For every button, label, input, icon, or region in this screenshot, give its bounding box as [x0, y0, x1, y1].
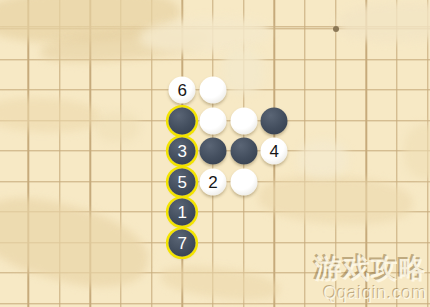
stone-black[interactable] — [261, 107, 288, 134]
stone-black[interactable] — [169, 107, 196, 134]
stone-black-move-3[interactable]: 3 — [169, 138, 196, 165]
move-number: 2 — [208, 173, 217, 190]
star-point — [333, 26, 339, 32]
stone-white[interactable] — [199, 77, 226, 104]
stone-white-move-6[interactable]: 6 — [169, 77, 196, 104]
move-number: 7 — [178, 234, 187, 251]
stone-black[interactable] — [230, 138, 257, 165]
move-number: 4 — [270, 143, 279, 160]
stone-white[interactable] — [199, 107, 226, 134]
stone-black-move-1[interactable]: 1 — [169, 199, 196, 226]
move-number: 3 — [178, 143, 187, 160]
stone-black-move-5[interactable]: 5 — [169, 168, 196, 195]
stone-white-move-2[interactable]: 2 — [199, 168, 226, 195]
stone-white-move-4[interactable]: 4 — [261, 138, 288, 165]
stone-white[interactable] — [230, 168, 257, 195]
move-number: 6 — [178, 82, 187, 99]
stone-black-move-7[interactable]: 7 — [169, 229, 196, 256]
move-number: 1 — [178, 204, 187, 221]
stone-white[interactable] — [230, 107, 257, 134]
move-number: 5 — [178, 173, 187, 190]
gomoku-board[interactable]: 6345217 游戏攻略 Qqaiqin.com — [0, 0, 430, 307]
stone-black[interactable] — [199, 138, 226, 165]
